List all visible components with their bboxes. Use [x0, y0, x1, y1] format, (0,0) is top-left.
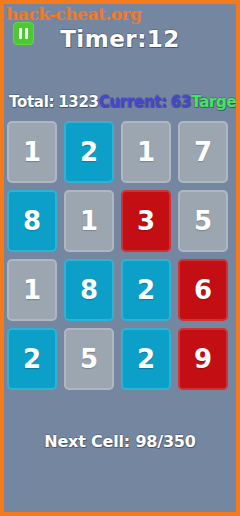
stat-total-label: Total:	[9, 93, 54, 111]
tile-r2c0[interactable]: 1	[7, 259, 57, 321]
tile-number: 6	[194, 275, 212, 305]
tile-number: 2	[23, 344, 41, 374]
tile-number: 9	[194, 344, 212, 374]
tile-number: 1	[80, 206, 98, 236]
stat-target-label: Target:	[191, 93, 240, 111]
tile-number: 1	[23, 275, 41, 305]
tile-r2c1[interactable]: 8	[64, 259, 114, 321]
stats-row: Total:1323 Current:63 Target:83	[4, 93, 236, 111]
timer-title: Timer:12	[4, 26, 236, 52]
board-grid: 1 2 1 7 8 1 3 5 1 8 2 6 2 5 2 9	[7, 121, 228, 390]
tile-r1c3[interactable]: 5	[178, 190, 228, 252]
tile-r0c0[interactable]: 1	[7, 121, 57, 183]
tile-number: 8	[80, 275, 98, 305]
tile-r3c2[interactable]: 2	[121, 328, 171, 390]
tile-number: 5	[80, 344, 98, 374]
tile-number: 1	[137, 137, 155, 167]
tile-number: 1	[23, 137, 41, 167]
tile-number: 3	[137, 206, 155, 236]
tile-r3c0[interactable]: 2	[7, 328, 57, 390]
stat-total: Total:1323	[9, 93, 99, 111]
tile-r1c1[interactable]: 1	[64, 190, 114, 252]
stat-target: Target:83	[191, 93, 240, 111]
tile-number: 8	[23, 206, 41, 236]
stat-total-value: 1323	[58, 93, 99, 111]
game-screen: hack-cheat.org Timer:12 Total:1323 Curre…	[0, 0, 240, 516]
tile-r2c2[interactable]: 2	[121, 259, 171, 321]
next-cell-text: Next Cell: 98/350	[4, 432, 236, 451]
tile-r0c2[interactable]: 1	[121, 121, 171, 183]
tile-number: 5	[194, 206, 212, 236]
stat-current: Current:63	[99, 93, 191, 111]
tile-r0c3[interactable]: 7	[178, 121, 228, 183]
tile-number: 7	[194, 137, 212, 167]
tile-r1c0[interactable]: 8	[7, 190, 57, 252]
watermark: hack-cheat.org	[6, 4, 141, 24]
tile-number: 2	[80, 137, 98, 167]
tile-r2c3[interactable]: 6	[178, 259, 228, 321]
tile-number: 2	[137, 275, 155, 305]
tile-r0c1[interactable]: 2	[64, 121, 114, 183]
stat-current-value: 63	[171, 93, 191, 111]
tile-r3c3[interactable]: 9	[178, 328, 228, 390]
stat-current-label: Current:	[99, 93, 167, 111]
tile-r1c2[interactable]: 3	[121, 190, 171, 252]
tile-r3c1[interactable]: 5	[64, 328, 114, 390]
tile-number: 2	[137, 344, 155, 374]
